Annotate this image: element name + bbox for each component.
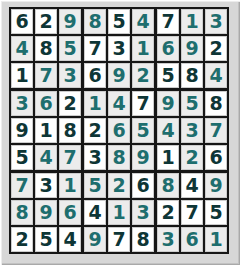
cell-r3c6[interactable]: 2 xyxy=(132,63,154,88)
cell-r4c3[interactable]: 2 xyxy=(59,91,81,116)
cell-r1c2[interactable]: 2 xyxy=(35,9,57,34)
cell-r1c6[interactable]: 4 xyxy=(132,9,154,34)
box-5: 147265389 xyxy=(84,91,154,170)
cell-r1c4[interactable]: 8 xyxy=(84,9,106,34)
cell-r4c1[interactable]: 3 xyxy=(11,91,33,116)
box-7: 731896254 xyxy=(11,173,81,252)
cell-r1c1[interactable]: 6 xyxy=(11,9,33,34)
cell-r4c4[interactable]: 1 xyxy=(84,91,106,116)
cell-r3c4[interactable]: 6 xyxy=(84,63,106,88)
cell-r6c9[interactable]: 6 xyxy=(205,145,227,170)
cell-r4c5[interactable]: 4 xyxy=(108,91,130,116)
cell-r8c2[interactable]: 9 xyxy=(35,200,57,225)
cell-r4c8[interactable]: 5 xyxy=(181,91,203,116)
cell-r4c9[interactable]: 8 xyxy=(205,91,227,116)
cell-r6c7[interactable]: 1 xyxy=(157,145,179,170)
cell-r3c7[interactable]: 5 xyxy=(157,63,179,88)
cell-r9c5[interactable]: 7 xyxy=(108,227,130,252)
cell-r2c7[interactable]: 6 xyxy=(157,36,179,61)
cell-r5c6[interactable]: 5 xyxy=(132,118,154,143)
cell-r3c1[interactable]: 1 xyxy=(11,63,33,88)
cell-r2c1[interactable]: 4 xyxy=(11,36,33,61)
cell-r3c2[interactable]: 7 xyxy=(35,63,57,88)
cell-r8c7[interactable]: 2 xyxy=(157,200,179,225)
cell-r5c4[interactable]: 2 xyxy=(84,118,106,143)
box-9: 849275361 xyxy=(157,173,227,252)
cell-r7c5[interactable]: 2 xyxy=(108,173,130,198)
cell-r3c8[interactable]: 8 xyxy=(181,63,203,88)
box-8: 526413978 xyxy=(84,173,154,252)
cell-r2c9[interactable]: 2 xyxy=(205,36,227,61)
cell-r2c2[interactable]: 8 xyxy=(35,36,57,61)
cell-r8c3[interactable]: 6 xyxy=(59,200,81,225)
cell-r9c2[interactable]: 5 xyxy=(35,227,57,252)
cell-r2c4[interactable]: 7 xyxy=(84,36,106,61)
cell-r8c8[interactable]: 7 xyxy=(181,200,203,225)
cell-r8c4[interactable]: 4 xyxy=(84,200,106,225)
cell-r4c6[interactable]: 7 xyxy=(132,91,154,116)
cell-r7c4[interactable]: 5 xyxy=(84,173,106,198)
cell-r4c7[interactable]: 9 xyxy=(157,91,179,116)
cell-r7c7[interactable]: 8 xyxy=(157,173,179,198)
cell-r7c6[interactable]: 6 xyxy=(132,173,154,198)
cell-r5c1[interactable]: 9 xyxy=(11,118,33,143)
cell-r9c7[interactable]: 3 xyxy=(157,227,179,252)
cell-r8c1[interactable]: 8 xyxy=(11,200,33,225)
cell-r6c8[interactable]: 2 xyxy=(181,145,203,170)
box-1: 629485173 xyxy=(11,9,81,88)
cell-r9c6[interactable]: 8 xyxy=(132,227,154,252)
cell-r5c5[interactable]: 6 xyxy=(108,118,130,143)
cell-r8c6[interactable]: 3 xyxy=(132,200,154,225)
box-6: 958437126 xyxy=(157,91,227,170)
cell-r6c3[interactable]: 7 xyxy=(59,145,81,170)
cell-r5c3[interactable]: 8 xyxy=(59,118,81,143)
cell-r2c3[interactable]: 5 xyxy=(59,36,81,61)
cell-r1c8[interactable]: 1 xyxy=(181,9,203,34)
cell-r7c2[interactable]: 3 xyxy=(35,173,57,198)
cell-r5c8[interactable]: 3 xyxy=(181,118,203,143)
cell-r5c7[interactable]: 4 xyxy=(157,118,179,143)
cell-r1c7[interactable]: 7 xyxy=(157,9,179,34)
cell-r1c3[interactable]: 9 xyxy=(59,9,81,34)
cell-r4c2[interactable]: 6 xyxy=(35,91,57,116)
cell-r2c8[interactable]: 9 xyxy=(181,36,203,61)
box-3: 713692584 xyxy=(157,9,227,88)
box-4: 362918547 xyxy=(11,91,81,170)
cell-r7c3[interactable]: 1 xyxy=(59,173,81,198)
sudoku-board: 6294851738547316927136925843629185471472… xyxy=(9,7,229,254)
box-2: 854731692 xyxy=(84,9,154,88)
cell-r3c5[interactable]: 9 xyxy=(108,63,130,88)
cell-r3c3[interactable]: 3 xyxy=(59,63,81,88)
cell-r2c6[interactable]: 1 xyxy=(132,36,154,61)
sudoku-board-frame: 6294851738547316927136925843629185471472… xyxy=(0,0,240,265)
cell-r5c9[interactable]: 7 xyxy=(205,118,227,143)
cell-r7c1[interactable]: 7 xyxy=(11,173,33,198)
cell-r7c9[interactable]: 9 xyxy=(205,173,227,198)
cell-r9c3[interactable]: 4 xyxy=(59,227,81,252)
cell-r6c6[interactable]: 9 xyxy=(132,145,154,170)
cell-r6c5[interactable]: 8 xyxy=(108,145,130,170)
cell-r9c1[interactable]: 2 xyxy=(11,227,33,252)
cell-r3c9[interactable]: 4 xyxy=(205,63,227,88)
cell-r2c5[interactable]: 3 xyxy=(108,36,130,61)
cell-r8c5[interactable]: 1 xyxy=(108,200,130,225)
cell-r9c4[interactable]: 9 xyxy=(84,227,106,252)
cell-r6c2[interactable]: 4 xyxy=(35,145,57,170)
cell-r1c9[interactable]: 3 xyxy=(205,9,227,34)
cell-r8c9[interactable]: 5 xyxy=(205,200,227,225)
cell-r9c8[interactable]: 6 xyxy=(181,227,203,252)
cell-r7c8[interactable]: 4 xyxy=(181,173,203,198)
cell-r6c4[interactable]: 3 xyxy=(84,145,106,170)
cell-r9c9[interactable]: 1 xyxy=(205,227,227,252)
cell-r5c2[interactable]: 1 xyxy=(35,118,57,143)
cell-r6c1[interactable]: 5 xyxy=(11,145,33,170)
cell-r1c5[interactable]: 5 xyxy=(108,9,130,34)
